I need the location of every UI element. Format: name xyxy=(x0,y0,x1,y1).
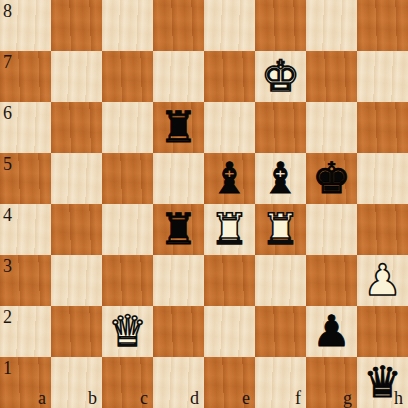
square-a6[interactable]: 6 xyxy=(0,102,51,153)
square-g5[interactable]: ♚ xyxy=(306,153,357,204)
chess-diagram: 87♚6♜5♝♝♚4♜♜♜3♟2♛♟1abcdefgh♛ xyxy=(0,0,408,408)
square-a8[interactable]: 8 xyxy=(0,0,51,51)
piece-white-king-f7[interactable]: ♚ xyxy=(255,51,306,102)
square-e3[interactable] xyxy=(204,255,255,306)
square-a2[interactable]: 2 xyxy=(0,306,51,357)
square-g3[interactable] xyxy=(306,255,357,306)
square-d8[interactable] xyxy=(153,0,204,51)
piece-black-rook-d6[interactable]: ♜ xyxy=(153,102,204,153)
square-h4[interactable] xyxy=(357,204,408,255)
square-g7[interactable] xyxy=(306,51,357,102)
square-c6[interactable] xyxy=(102,102,153,153)
square-f7[interactable]: ♚ xyxy=(255,51,306,102)
square-b2[interactable] xyxy=(51,306,102,357)
square-d4[interactable]: ♜ xyxy=(153,204,204,255)
square-h7[interactable] xyxy=(357,51,408,102)
square-h8[interactable] xyxy=(357,0,408,51)
file-label-a: a xyxy=(38,388,46,408)
file-label-c: c xyxy=(140,388,148,408)
square-b8[interactable] xyxy=(51,0,102,51)
square-b6[interactable] xyxy=(51,102,102,153)
piece-white-rook-e4[interactable]: ♜ xyxy=(204,204,255,255)
rank-label-6: 6 xyxy=(3,102,12,124)
square-a7[interactable]: 7 xyxy=(0,51,51,102)
square-e1[interactable]: e xyxy=(204,357,255,408)
square-d3[interactable] xyxy=(153,255,204,306)
square-g4[interactable] xyxy=(306,204,357,255)
square-f5[interactable]: ♝ xyxy=(255,153,306,204)
square-a3[interactable]: 3 xyxy=(0,255,51,306)
file-label-f: f xyxy=(295,388,301,408)
square-a5[interactable]: 5 xyxy=(0,153,51,204)
file-label-b: b xyxy=(88,388,97,408)
square-c8[interactable] xyxy=(102,0,153,51)
piece-black-rook-d4[interactable]: ♜ xyxy=(153,204,204,255)
square-f6[interactable] xyxy=(255,102,306,153)
square-b3[interactable] xyxy=(51,255,102,306)
piece-black-king-g5[interactable]: ♚ xyxy=(306,153,357,204)
rank-label-5: 5 xyxy=(3,153,12,175)
rank-label-1: 1 xyxy=(3,357,12,379)
square-h1[interactable]: h♛ xyxy=(357,357,408,408)
file-label-g: g xyxy=(343,388,352,408)
square-h3[interactable]: ♟ xyxy=(357,255,408,306)
square-c3[interactable] xyxy=(102,255,153,306)
square-e2[interactable] xyxy=(204,306,255,357)
rank-label-8: 8 xyxy=(3,0,12,22)
file-label-d: d xyxy=(190,388,199,408)
square-h6[interactable] xyxy=(357,102,408,153)
square-g1[interactable]: g xyxy=(306,357,357,408)
piece-black-bishop-f5[interactable]: ♝ xyxy=(255,153,306,204)
square-c7[interactable] xyxy=(102,51,153,102)
square-b1[interactable]: b xyxy=(51,357,102,408)
square-f8[interactable] xyxy=(255,0,306,51)
square-g6[interactable] xyxy=(306,102,357,153)
square-c1[interactable]: c xyxy=(102,357,153,408)
square-e4[interactable]: ♜ xyxy=(204,204,255,255)
square-e6[interactable] xyxy=(204,102,255,153)
square-f1[interactable]: f xyxy=(255,357,306,408)
rank-label-2: 2 xyxy=(3,306,12,328)
piece-black-bishop-e5[interactable]: ♝ xyxy=(204,153,255,204)
square-e8[interactable] xyxy=(204,0,255,51)
square-g8[interactable] xyxy=(306,0,357,51)
piece-black-pawn-g2[interactable]: ♟ xyxy=(306,306,357,357)
square-h2[interactable] xyxy=(357,306,408,357)
square-c4[interactable] xyxy=(102,204,153,255)
square-g2[interactable]: ♟ xyxy=(306,306,357,357)
square-f4[interactable]: ♜ xyxy=(255,204,306,255)
square-d6[interactable]: ♜ xyxy=(153,102,204,153)
square-c5[interactable] xyxy=(102,153,153,204)
square-a1[interactable]: 1a xyxy=(0,357,51,408)
square-d5[interactable] xyxy=(153,153,204,204)
square-e7[interactable] xyxy=(204,51,255,102)
square-a4[interactable]: 4 xyxy=(0,204,51,255)
square-c2[interactable]: ♛ xyxy=(102,306,153,357)
square-d1[interactable]: d xyxy=(153,357,204,408)
square-e5[interactable]: ♝ xyxy=(204,153,255,204)
piece-white-pawn-h3[interactable]: ♟ xyxy=(357,255,408,306)
piece-white-queen-c2[interactable]: ♛ xyxy=(102,306,153,357)
square-f2[interactable] xyxy=(255,306,306,357)
rank-label-4: 4 xyxy=(3,204,12,226)
file-label-h: h xyxy=(394,388,403,408)
square-d7[interactable] xyxy=(153,51,204,102)
square-f3[interactable] xyxy=(255,255,306,306)
square-b5[interactable] xyxy=(51,153,102,204)
square-h5[interactable] xyxy=(357,153,408,204)
file-label-e: e xyxy=(242,388,250,408)
chess-board: 87♚6♜5♝♝♚4♜♜♜3♟2♛♟1abcdefgh♛ xyxy=(0,0,408,408)
square-b7[interactable] xyxy=(51,51,102,102)
rank-label-3: 3 xyxy=(3,255,12,277)
piece-white-rook-f4[interactable]: ♜ xyxy=(255,204,306,255)
square-b4[interactable] xyxy=(51,204,102,255)
square-d2[interactable] xyxy=(153,306,204,357)
rank-label-7: 7 xyxy=(3,51,12,73)
